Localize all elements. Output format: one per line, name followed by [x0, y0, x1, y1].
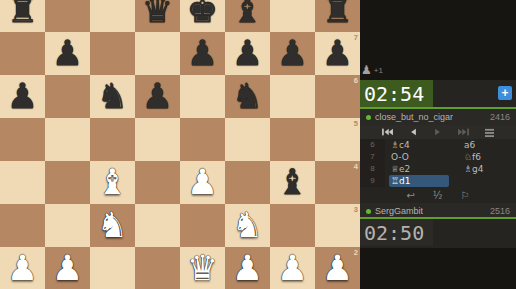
move-number: 8 — [360, 163, 385, 175]
game-panel: 02:54 + close_but_no_cigar 2416 — [360, 80, 516, 248]
top-clock-time: 02:54 — [364, 82, 424, 106]
square-d3[interactable] — [135, 204, 180, 247]
move-black[interactable]: ♘f6 — [458, 151, 516, 163]
white-pawn: ♟ — [7, 247, 38, 289]
square-d8[interactable]: ♛ — [135, 0, 180, 32]
square-c7[interactable] — [90, 32, 135, 75]
square-f4[interactable] — [225, 161, 270, 204]
plus-icon: + — [501, 87, 508, 99]
square-f2[interactable]: ♟ — [225, 247, 270, 289]
move-white[interactable]: ♕e2 — [385, 163, 458, 175]
move-black[interactable]: a6 — [458, 139, 516, 151]
square-b3[interactable] — [45, 204, 90, 247]
square-d6[interactable]: ♟ — [135, 75, 180, 118]
square-e8[interactable]: ♚ — [180, 0, 225, 32]
move-row: 7 O-O ♘f6 — [360, 151, 516, 163]
white-pawn: ♟ — [187, 161, 218, 204]
white-knight: ♞ — [97, 204, 128, 247]
square-f3[interactable]: ♞ — [225, 204, 270, 247]
move-number: 6 — [360, 139, 385, 151]
black-king: ♚ — [187, 0, 218, 32]
square-g6[interactable] — [270, 75, 315, 118]
black-pawn: ♟ — [142, 75, 173, 118]
menu-button[interactable] — [484, 128, 495, 137]
square-c5[interactable] — [90, 118, 135, 161]
chess-board[interactable]: ♜♛♚♝♜♟♟♟♟♟♟♞♟♞♝♟♝♞♞♟♟♛♟♟♟♜♝♜♚ 765432 — [0, 0, 360, 289]
rank-label-7: 7 — [354, 34, 358, 42]
lichess-tv-screen: ♜♛♚♝♜♟♟♟♟♟♟♞♟♞♝♟♝♞♞♟♟♛♟♟♟♜♝♜♚ 765432 ♟ +… — [0, 0, 516, 289]
square-d5[interactable] — [135, 118, 180, 161]
square-f7[interactable]: ♟ — [225, 32, 270, 75]
black-pawn: ♟ — [322, 32, 353, 75]
white-pawn: ♟ — [322, 247, 353, 289]
white-pawn: ♟ — [277, 247, 308, 289]
square-b5[interactable] — [45, 118, 90, 161]
captured-pawn-icon: ♟ — [361, 63, 372, 77]
top-player-row[interactable]: close_but_no_cigar 2416 — [360, 109, 516, 125]
move-row: 6 ♗c4 a6 — [360, 139, 516, 151]
bottom-clock-time: 02:50 — [364, 221, 424, 245]
move-black[interactable]: ♗g4 — [458, 163, 516, 175]
square-g2[interactable]: ♟ — [270, 247, 315, 289]
square-a6[interactable]: ♟ — [0, 75, 45, 118]
skip-first-icon — [381, 127, 394, 137]
last-move-button[interactable] — [457, 127, 470, 137]
top-player-name: close_but_no_cigar — [375, 112, 453, 122]
move-white[interactable]: ♗c4 — [385, 139, 458, 151]
move-white[interactable]: O-O — [385, 151, 458, 163]
white-knight: ♞ — [232, 204, 263, 247]
square-c3[interactable]: ♞ — [90, 204, 135, 247]
black-pawn: ♟ — [277, 32, 308, 75]
bottom-player-rating: 2516 — [490, 206, 510, 216]
takeback-icon[interactable]: ↩ — [406, 189, 414, 203]
black-rook: ♜ — [7, 0, 38, 32]
move-navigation-bar — [360, 125, 516, 139]
square-c6[interactable]: ♞ — [90, 75, 135, 118]
previous-icon — [408, 127, 419, 137]
square-g8[interactable] — [270, 0, 315, 32]
square-a2[interactable]: ♟ — [0, 247, 45, 289]
square-b4[interactable] — [45, 161, 90, 204]
white-bishop: ♝ — [97, 161, 128, 204]
square-e6[interactable] — [180, 75, 225, 118]
move-list: 6 ♗c4 a6 7 O-O ♘f6 8 ♕e2 ♗g4 9 ♖d1 — [360, 139, 516, 188]
square-c2[interactable] — [90, 247, 135, 289]
square-f5[interactable] — [225, 118, 270, 161]
white-pawn: ♟ — [232, 247, 263, 289]
move-number: 7 — [360, 151, 385, 163]
square-d4[interactable] — [135, 161, 180, 204]
move-white-current[interactable]: ♖d1 — [389, 175, 449, 187]
square-b6[interactable] — [45, 75, 90, 118]
move-number: 9 — [360, 175, 385, 187]
next-icon — [432, 127, 443, 137]
square-c4[interactable]: ♝ — [90, 161, 135, 204]
top-player-rating: 2416 — [490, 112, 510, 122]
bottom-player-name: SergGambit — [375, 206, 423, 216]
rank-label-6: 6 — [354, 77, 358, 85]
black-bishop: ♝ — [277, 161, 308, 204]
game-sidebar: ♟ +1 02:54 + close_but_no_cigar 2416 — [360, 0, 516, 289]
square-e4[interactable]: ♟ — [180, 161, 225, 204]
square-a5[interactable] — [0, 118, 45, 161]
white-queen: ♛ — [187, 247, 218, 289]
square-e5[interactable] — [180, 118, 225, 161]
first-move-button[interactable] — [381, 127, 394, 137]
square-e7[interactable]: ♟ — [180, 32, 225, 75]
previous-move-button[interactable] — [408, 127, 419, 137]
move-row: 8 ♕e2 ♗g4 — [360, 163, 516, 175]
square-a7[interactable] — [0, 32, 45, 75]
white-pawn: ♟ — [52, 247, 83, 289]
black-pawn: ♟ — [7, 75, 38, 118]
move-row: 9 ♖d1 — [360, 175, 516, 187]
material-advantage: ♟ +1 — [361, 62, 383, 78]
square-h8[interactable]: ♜ — [315, 0, 360, 32]
rank-label-4: 4 — [354, 163, 358, 171]
skip-last-icon — [457, 127, 470, 137]
next-move-button[interactable] — [432, 127, 443, 137]
square-a8[interactable]: ♜ — [0, 0, 45, 32]
square-c8[interactable] — [90, 0, 135, 32]
material-advantage-count: +1 — [374, 66, 383, 75]
black-knight: ♞ — [232, 75, 263, 118]
square-e3[interactable] — [180, 204, 225, 247]
square-a3[interactable] — [0, 204, 45, 247]
square-e2[interactable]: ♛ — [180, 247, 225, 289]
square-b7[interactable]: ♟ — [45, 32, 90, 75]
square-a4[interactable] — [0, 161, 45, 204]
rank-label-2: 2 — [354, 249, 358, 257]
square-b2[interactable]: ♟ — [45, 247, 90, 289]
black-rook: ♜ — [322, 0, 353, 32]
hamburger-icon — [484, 128, 495, 137]
square-g7[interactable]: ♟ — [270, 32, 315, 75]
square-b8[interactable] — [45, 0, 90, 32]
square-d2[interactable] — [135, 247, 180, 289]
black-pawn: ♟ — [187, 32, 218, 75]
rank-label-3: 3 — [354, 206, 358, 214]
give-time-button[interactable]: + — [498, 86, 512, 100]
board-grid: ♜♛♚♝♜♟♟♟♟♟♟♞♟♞♝♟♝♞♞♟♟♛♟♟♟♜♝♜♚ — [0, 0, 360, 289]
game-actions: ↩ ½ ⚐ — [360, 188, 516, 203]
rank-label-5: 5 — [354, 120, 358, 128]
online-dot — [366, 115, 371, 120]
online-dot — [366, 209, 371, 214]
black-pawn: ♟ — [52, 32, 83, 75]
square-d7[interactable] — [135, 32, 180, 75]
black-bishop: ♝ — [232, 0, 263, 32]
square-g4[interactable]: ♝ — [270, 161, 315, 204]
square-f6[interactable]: ♞ — [225, 75, 270, 118]
bottom-player-clock: 02:50 — [360, 219, 433, 246]
resign-flag-icon[interactable]: ⚐ — [461, 189, 470, 203]
black-pawn: ♟ — [232, 32, 263, 75]
draw-offer-icon[interactable]: ½ — [433, 189, 443, 203]
square-g3[interactable] — [270, 204, 315, 247]
square-f8[interactable]: ♝ — [225, 0, 270, 32]
black-queen: ♛ — [142, 0, 173, 32]
top-player-clock: 02:54 — [360, 80, 433, 107]
square-g5[interactable] — [270, 118, 315, 161]
black-knight: ♞ — [97, 75, 128, 118]
